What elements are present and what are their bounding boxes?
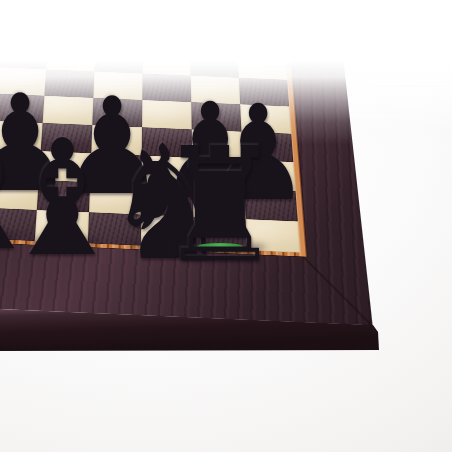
pieces-layer: ♟♟♟♟♝♝♞♜: [0, 0, 452, 452]
photo-stage: ♟♟♟♟♝♝♞♜: [0, 0, 452, 452]
rook-glyph: ♜: [158, 126, 283, 284]
